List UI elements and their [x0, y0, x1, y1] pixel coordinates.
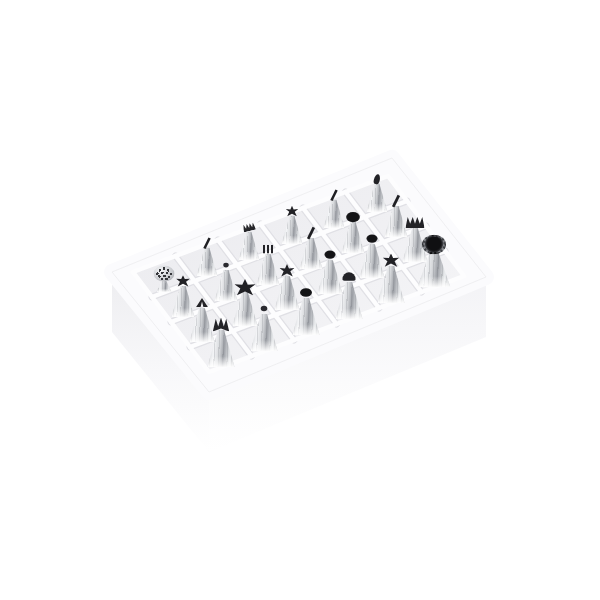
- tip-opening: [242, 222, 256, 232]
- tip-cone: [417, 250, 450, 287]
- tip-opening: [285, 206, 298, 217]
- tip-opening: [176, 275, 190, 287]
- piping-tip-star: [375, 246, 408, 303]
- tip-opening: [372, 174, 380, 185]
- tip-opening: [279, 264, 294, 277]
- piping-tip-round-medium: [290, 278, 323, 335]
- tip-opening: [405, 217, 424, 228]
- tip-opening: [196, 298, 208, 307]
- tip-opening: [366, 235, 377, 243]
- tip-opening: [213, 317, 229, 331]
- piping-tip-round-small: [247, 294, 280, 351]
- tip-opening: [422, 235, 446, 255]
- tip-opening: [383, 253, 399, 267]
- tip-cone: [377, 266, 404, 303]
- tip-cone: [250, 314, 277, 351]
- tip-opening: [263, 245, 273, 253]
- tip-opening: [223, 263, 229, 268]
- tip-cone: [335, 282, 362, 319]
- tip-opening: [391, 195, 399, 208]
- tip-opening: [300, 288, 312, 297]
- piping-tip-leaf: [205, 310, 238, 367]
- tip-opening: [203, 237, 210, 249]
- product-photo: [0, 0, 600, 600]
- tip-opening: [330, 189, 337, 201]
- piping-tip-ball: [332, 262, 365, 319]
- tip-opening: [324, 251, 335, 259]
- tip-opening: [260, 306, 267, 311]
- tips-layer: [0, 0, 600, 600]
- tip-opening: [306, 227, 314, 240]
- tip-opening: [342, 272, 355, 281]
- tip-opening: [346, 212, 360, 222]
- piping-tip-french-crown: [417, 230, 450, 287]
- tip-cone: [207, 330, 234, 367]
- tip-cone: [292, 298, 319, 335]
